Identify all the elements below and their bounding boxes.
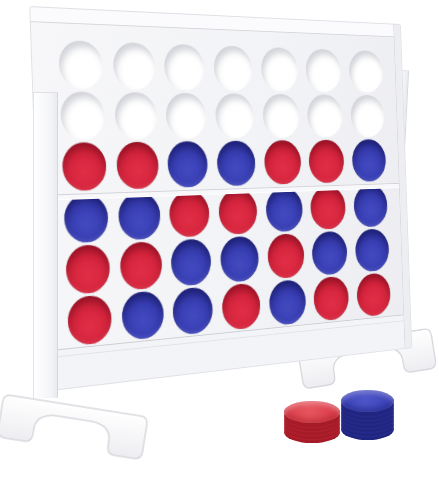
blue-stacked-disc xyxy=(341,390,394,412)
empty-hole xyxy=(114,92,157,139)
empty-hole xyxy=(350,95,385,137)
product-photo-scene xyxy=(0,0,439,480)
empty-hole xyxy=(215,93,254,138)
cell-r2c6[interactable] xyxy=(303,93,348,139)
cell-r6c1[interactable] xyxy=(61,293,117,349)
red-disc xyxy=(267,233,305,279)
empty-hole xyxy=(305,48,341,92)
empty-hole xyxy=(166,93,207,139)
red-disc xyxy=(218,188,257,234)
cell-r2c3[interactable] xyxy=(160,91,211,140)
empty-hole xyxy=(307,94,343,137)
empty-hole xyxy=(349,50,384,93)
cell-r2c2[interactable] xyxy=(109,90,163,141)
empty-hole xyxy=(262,94,300,138)
cell-r5c4[interactable] xyxy=(215,234,264,285)
red-stacked-disc xyxy=(284,401,340,423)
cell-r6c6[interactable] xyxy=(309,274,354,324)
blue-disc xyxy=(121,291,164,342)
cell-r1c7[interactable] xyxy=(344,48,387,94)
blue-disc xyxy=(220,236,259,283)
empty-hole xyxy=(58,40,103,89)
red-disc xyxy=(310,185,346,229)
blue-disc xyxy=(312,231,348,276)
red-disc-stack[interactable] xyxy=(284,401,340,443)
red-disc xyxy=(119,241,162,291)
cell-r3c3[interactable] xyxy=(162,140,213,190)
blue-disc xyxy=(171,238,212,286)
blue-disc-stack[interactable] xyxy=(341,390,394,440)
cell-r2c4[interactable] xyxy=(210,92,259,140)
cell-r5c5[interactable] xyxy=(262,231,309,281)
cell-r6c5[interactable] xyxy=(264,278,311,329)
cell-r1c2[interactable] xyxy=(107,40,161,91)
cell-r6c2[interactable] xyxy=(116,289,169,344)
red-disc xyxy=(67,295,112,347)
blue-disc xyxy=(352,140,387,183)
cell-r1c1[interactable] xyxy=(52,38,108,90)
empty-hole xyxy=(260,47,298,92)
cell-r3c6[interactable] xyxy=(304,139,349,186)
cell-r1c6[interactable] xyxy=(301,47,346,94)
red-disc xyxy=(116,142,159,190)
blue-disc xyxy=(117,192,160,241)
empty-hole xyxy=(60,91,105,139)
red-disc xyxy=(169,190,210,237)
red-disc xyxy=(309,140,345,184)
blue-disc xyxy=(63,193,108,243)
red-disc xyxy=(65,244,110,295)
blue-disc xyxy=(265,187,303,232)
red-disc xyxy=(264,140,302,185)
blue-disc xyxy=(172,287,213,336)
blue-disc xyxy=(353,184,388,227)
cell-r6c7[interactable] xyxy=(352,271,395,319)
cell-r3c1[interactable] xyxy=(56,141,112,193)
cell-r1c5[interactable] xyxy=(256,45,303,93)
cell-r1c3[interactable] xyxy=(159,42,210,92)
left-leg-post xyxy=(33,92,58,398)
cell-r5c6[interactable] xyxy=(307,229,352,278)
cell-r6c4[interactable] xyxy=(217,281,266,333)
left-leg-foot xyxy=(0,393,150,462)
empty-hole xyxy=(213,45,252,91)
red-disc xyxy=(62,143,107,192)
cell-r5c3[interactable] xyxy=(166,236,217,288)
blue-disc xyxy=(269,279,307,326)
cell-r2c7[interactable] xyxy=(346,93,389,138)
blue-disc xyxy=(167,141,208,188)
red-disc xyxy=(356,273,391,318)
cell-r3c2[interactable] xyxy=(110,140,164,191)
cell-r2c1[interactable] xyxy=(54,90,110,142)
blue-disc xyxy=(355,228,390,272)
cell-r5c7[interactable] xyxy=(351,227,394,275)
cell-r3c4[interactable] xyxy=(212,139,261,188)
empty-hole xyxy=(164,43,205,90)
cell-r6c3[interactable] xyxy=(167,285,218,338)
cell-r5c1[interactable] xyxy=(60,242,116,297)
blue-disc xyxy=(216,141,255,187)
connect-four-board xyxy=(29,6,412,392)
red-disc xyxy=(313,276,349,322)
cell-r1c4[interactable] xyxy=(208,43,257,92)
red-disc xyxy=(222,283,261,331)
cell-r3c7[interactable] xyxy=(347,138,390,184)
cell-r5c2[interactable] xyxy=(114,239,167,292)
cell-r2c5[interactable] xyxy=(257,92,304,139)
empty-hole xyxy=(112,42,155,90)
cell-r3c5[interactable] xyxy=(259,139,306,187)
board-top-edge xyxy=(30,7,400,37)
